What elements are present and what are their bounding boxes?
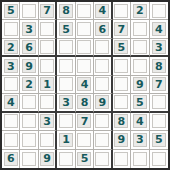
given-digit: 9 xyxy=(114,133,128,147)
empty-cell-tile xyxy=(40,95,54,109)
empty-cell-tile xyxy=(59,152,73,166)
cell-r3c3[interactable] xyxy=(39,39,57,57)
empty-cell-tile xyxy=(77,22,91,36)
cell-r9c5[interactable]: 5 xyxy=(76,150,94,168)
empty-cell-tile xyxy=(95,152,109,166)
cell-r5c5[interactable]: 4 xyxy=(76,76,94,94)
cell-r4c6[interactable] xyxy=(94,57,112,75)
empty-cell-tile xyxy=(133,152,147,166)
empty-cell-tile xyxy=(4,133,18,147)
given-digit: 3 xyxy=(59,95,73,109)
empty-cell-tile xyxy=(59,40,73,54)
cell-r9c3[interactable]: 9 xyxy=(39,150,57,168)
cell-r5c8[interactable]: 9 xyxy=(131,76,149,94)
empty-cell-tile xyxy=(152,152,166,166)
given-digit: 8 xyxy=(114,114,128,128)
given-digit: 2 xyxy=(4,40,18,54)
empty-cell-tile xyxy=(40,133,54,147)
given-digit: 3 xyxy=(152,40,166,54)
given-digit: 3 xyxy=(22,22,36,36)
empty-cell-tile xyxy=(114,77,128,91)
given-digit: 4 xyxy=(95,4,109,18)
cell-r6c6[interactable]: 9 xyxy=(94,94,112,112)
cell-r8c1[interactable] xyxy=(2,131,20,149)
cell-r2c4[interactable]: 5 xyxy=(57,20,75,38)
empty-cell-tile xyxy=(114,59,128,73)
cell-r4c7[interactable] xyxy=(113,57,131,75)
empty-cell-tile xyxy=(95,114,109,128)
given-digit: 8 xyxy=(59,4,73,18)
empty-cell-tile xyxy=(59,77,73,91)
cell-r8c9[interactable]: 5 xyxy=(150,131,168,149)
empty-cell-tile xyxy=(40,40,54,54)
cell-r6c3[interactable] xyxy=(39,94,57,112)
empty-cell-tile xyxy=(22,152,36,166)
empty-cell-tile xyxy=(95,40,109,54)
cell-r3c5[interactable] xyxy=(76,39,94,57)
cell-r3c7[interactable]: 5 xyxy=(113,39,131,57)
cell-r4c8[interactable] xyxy=(131,57,149,75)
cell-r2c6[interactable]: 6 xyxy=(94,20,112,38)
cell-r7c6[interactable] xyxy=(94,113,112,131)
given-digit: 5 xyxy=(152,133,166,147)
empty-cell-tile xyxy=(77,4,91,18)
cell-r2c5[interactable] xyxy=(76,20,94,38)
cell-r5c9[interactable]: 7 xyxy=(150,76,168,94)
given-digit: 5 xyxy=(4,4,18,18)
cell-r3c2[interactable]: 6 xyxy=(20,39,38,57)
empty-cell-tile xyxy=(40,59,54,73)
cell-r8c6[interactable] xyxy=(94,131,112,149)
empty-cell-tile xyxy=(152,4,166,18)
empty-cell-tile xyxy=(77,40,91,54)
cell-r8c2[interactable] xyxy=(20,131,38,149)
empty-cell-tile xyxy=(133,59,147,73)
cell-r6c2[interactable] xyxy=(20,94,38,112)
cell-r9c4[interactable] xyxy=(57,150,75,168)
empty-cell-tile xyxy=(114,4,128,18)
cell-r6c4[interactable]: 3 xyxy=(57,94,75,112)
cell-r5c2[interactable]: 2 xyxy=(20,76,38,94)
given-digit: 9 xyxy=(95,95,109,109)
cell-r2c2[interactable]: 3 xyxy=(20,20,38,38)
given-digit: 4 xyxy=(152,22,166,36)
empty-cell-tile xyxy=(114,95,128,109)
cell-r7c4[interactable] xyxy=(57,113,75,131)
cell-r9c8[interactable] xyxy=(131,150,149,168)
given-digit: 3 xyxy=(4,59,18,73)
cell-r7c9[interactable] xyxy=(150,113,168,131)
cell-r6c9[interactable] xyxy=(150,94,168,112)
empty-cell-tile xyxy=(59,114,73,128)
cell-r1c5[interactable] xyxy=(76,2,94,20)
cell-r5c3[interactable]: 1 xyxy=(39,76,57,94)
cell-r9c7[interactable] xyxy=(113,150,131,168)
empty-cell-tile xyxy=(4,22,18,36)
empty-cell-tile xyxy=(22,133,36,147)
cell-r1c1[interactable]: 5 xyxy=(2,2,20,20)
empty-cell-tile xyxy=(59,59,73,73)
empty-cell-tile xyxy=(133,22,147,36)
given-digit: 6 xyxy=(95,22,109,36)
empty-cell-tile xyxy=(133,40,147,54)
cell-r9c6[interactable] xyxy=(94,150,112,168)
given-digit: 6 xyxy=(22,40,36,54)
cell-r5c7[interactable] xyxy=(113,76,131,94)
given-digit: 8 xyxy=(152,59,166,73)
given-digit: 5 xyxy=(114,40,128,54)
empty-cell-tile xyxy=(114,152,128,166)
given-digit: 2 xyxy=(22,77,36,91)
cell-r1c9[interactable] xyxy=(150,2,168,20)
cell-r1c2[interactable] xyxy=(20,2,38,20)
cell-r7c5[interactable]: 7 xyxy=(76,113,94,131)
cell-r6c5[interactable]: 8 xyxy=(76,94,94,112)
cell-r1c6[interactable]: 4 xyxy=(94,2,112,20)
given-digit: 3 xyxy=(133,133,147,147)
empty-cell-tile xyxy=(4,114,18,128)
cell-r7c3[interactable]: 3 xyxy=(39,113,57,131)
cell-r4c3[interactable] xyxy=(39,57,57,75)
given-digit: 9 xyxy=(22,59,36,73)
cell-r8c5[interactable] xyxy=(76,131,94,149)
sudoku-board: 57842356742653398214974389537841935695 xyxy=(0,0,170,170)
empty-cell-tile xyxy=(22,114,36,128)
empty-cell-tile xyxy=(95,133,109,147)
cell-r3c4[interactable] xyxy=(57,39,75,57)
cell-r4c5[interactable] xyxy=(76,57,94,75)
cell-r8c3[interactable] xyxy=(39,131,57,149)
empty-cell-tile xyxy=(4,77,18,91)
given-digit: 5 xyxy=(59,22,73,36)
cell-r7c8[interactable]: 4 xyxy=(131,113,149,131)
cell-r3c8[interactable] xyxy=(131,39,149,57)
cell-r2c1[interactable] xyxy=(2,20,20,38)
given-digit: 5 xyxy=(133,95,147,109)
given-digit: 9 xyxy=(40,152,54,166)
cell-r6c8[interactable]: 5 xyxy=(131,94,149,112)
given-digit: 3 xyxy=(40,114,54,128)
cell-r8c8[interactable]: 3 xyxy=(131,131,149,149)
given-digit: 2 xyxy=(133,4,147,18)
given-digit: 1 xyxy=(40,77,54,91)
cell-r2c7[interactable]: 7 xyxy=(113,20,131,38)
cell-r8c7[interactable]: 9 xyxy=(113,131,131,149)
given-digit: 4 xyxy=(4,95,18,109)
cell-r7c7[interactable]: 8 xyxy=(113,113,131,131)
given-digit: 8 xyxy=(77,95,91,109)
empty-cell-tile xyxy=(22,4,36,18)
empty-cell-tile xyxy=(40,22,54,36)
cell-r5c4[interactable] xyxy=(57,76,75,94)
given-digit: 7 xyxy=(114,22,128,36)
empty-cell-tile xyxy=(152,114,166,128)
given-digit: 4 xyxy=(133,114,147,128)
empty-cell-tile xyxy=(77,59,91,73)
cell-r7c1[interactable] xyxy=(2,113,20,131)
cell-r7c2[interactable] xyxy=(20,113,38,131)
given-digit: 9 xyxy=(133,77,147,91)
given-digit: 4 xyxy=(77,77,91,91)
cell-r4c9[interactable]: 8 xyxy=(150,57,168,75)
cell-r1c4[interactable]: 8 xyxy=(57,2,75,20)
cell-r4c2[interactable]: 9 xyxy=(20,57,38,75)
empty-cell-tile xyxy=(152,95,166,109)
cell-r4c1[interactable]: 3 xyxy=(2,57,20,75)
empty-cell-tile xyxy=(22,95,36,109)
given-digit: 6 xyxy=(4,152,18,166)
cell-r9c9[interactable] xyxy=(150,150,168,168)
cell-r1c3[interactable]: 7 xyxy=(39,2,57,20)
empty-cell-tile xyxy=(95,77,109,91)
given-digit: 7 xyxy=(77,114,91,128)
empty-cell-tile xyxy=(95,59,109,73)
cell-r1c8[interactable]: 2 xyxy=(131,2,149,20)
given-digit: 7 xyxy=(40,4,54,18)
given-digit: 1 xyxy=(59,133,73,147)
cell-r3c6[interactable] xyxy=(94,39,112,57)
cell-r8c4[interactable]: 1 xyxy=(57,131,75,149)
cell-r9c1[interactable]: 6 xyxy=(2,150,20,168)
cell-r3c1[interactable]: 2 xyxy=(2,39,20,57)
cell-r5c1[interactable] xyxy=(2,76,20,94)
cell-r6c1[interactable]: 4 xyxy=(2,94,20,112)
given-digit: 5 xyxy=(77,152,91,166)
given-digit: 7 xyxy=(152,77,166,91)
cell-r2c9[interactable]: 4 xyxy=(150,20,168,38)
cell-r2c8[interactable] xyxy=(131,20,149,38)
cell-r2c3[interactable] xyxy=(39,20,57,38)
cell-r3c9[interactable]: 3 xyxy=(150,39,168,57)
cell-r4c4[interactable] xyxy=(57,57,75,75)
cell-r5c6[interactable] xyxy=(94,76,112,94)
cell-r1c7[interactable] xyxy=(113,2,131,20)
empty-cell-tile xyxy=(77,133,91,147)
cell-r9c2[interactable] xyxy=(20,150,38,168)
cell-r6c7[interactable] xyxy=(113,94,131,112)
